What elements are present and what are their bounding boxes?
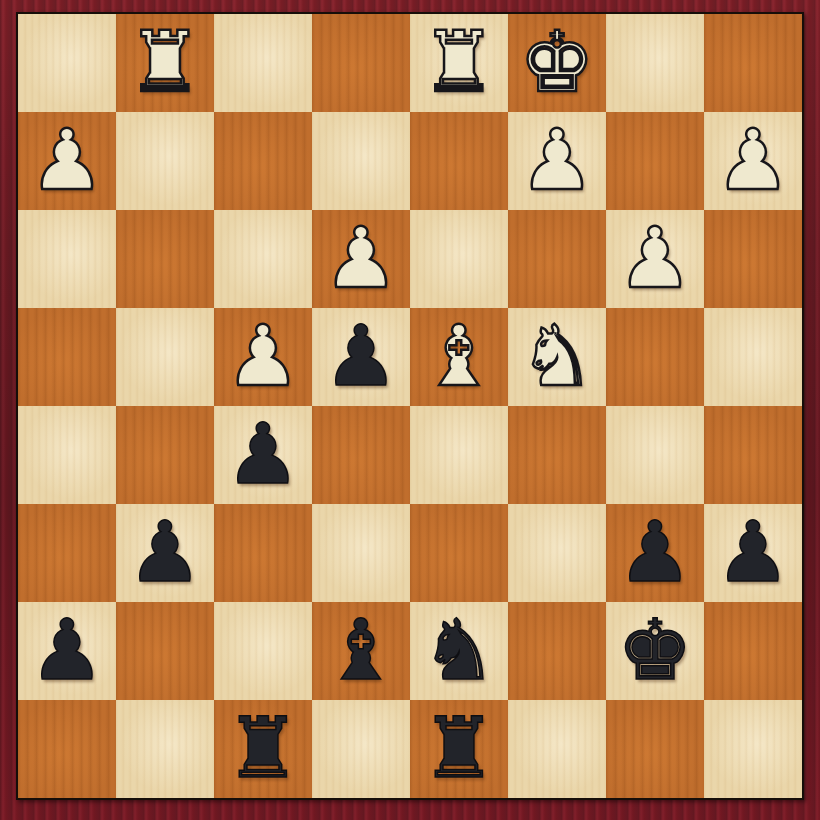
piece-black-rook[interactable]: ♜ xyxy=(410,700,508,798)
square-a1[interactable] xyxy=(18,700,116,798)
square-g7[interactable] xyxy=(606,112,704,210)
square-g2[interactable]: ♚ xyxy=(606,602,704,700)
piece-white-rook[interactable]: ♜ xyxy=(116,14,214,112)
square-e8[interactable]: ♜ xyxy=(410,14,508,112)
piece-black-knight[interactable]: ♞ xyxy=(410,602,508,700)
piece-white-king[interactable]: ♚ xyxy=(508,14,606,112)
square-d3[interactable] xyxy=(312,504,410,602)
square-b6[interactable] xyxy=(116,210,214,308)
piece-black-pawn[interactable]: ♟ xyxy=(116,504,214,602)
square-f7[interactable]: ♟ xyxy=(508,112,606,210)
square-b4[interactable] xyxy=(116,406,214,504)
square-b3[interactable]: ♟ xyxy=(116,504,214,602)
square-c5[interactable]: ♟ xyxy=(214,308,312,406)
square-f8[interactable]: ♚ xyxy=(508,14,606,112)
square-e5[interactable]: ♝ xyxy=(410,308,508,406)
square-b1[interactable] xyxy=(116,700,214,798)
square-c6[interactable] xyxy=(214,210,312,308)
piece-black-rook[interactable]: ♜ xyxy=(214,700,312,798)
square-g1[interactable] xyxy=(606,700,704,798)
square-e7[interactable] xyxy=(410,112,508,210)
square-c8[interactable] xyxy=(214,14,312,112)
square-b2[interactable] xyxy=(116,602,214,700)
square-d4[interactable] xyxy=(312,406,410,504)
square-f2[interactable] xyxy=(508,602,606,700)
square-h1[interactable] xyxy=(704,700,802,798)
square-d5[interactable]: ♟ xyxy=(312,308,410,406)
piece-black-pawn[interactable]: ♟ xyxy=(704,504,802,602)
square-c3[interactable] xyxy=(214,504,312,602)
board-frame: ♜♜♚♟♟♟♟♟♟♟♝♞♟♟♟♟♟♝♞♚♜♜ xyxy=(0,0,820,820)
piece-black-pawn[interactable]: ♟ xyxy=(312,308,410,406)
piece-white-pawn[interactable]: ♟ xyxy=(704,112,802,210)
square-e3[interactable] xyxy=(410,504,508,602)
chess-board: ♜♜♚♟♟♟♟♟♟♟♝♞♟♟♟♟♟♝♞♚♜♜ xyxy=(18,14,802,798)
square-b8[interactable]: ♜ xyxy=(116,14,214,112)
piece-white-bishop[interactable]: ♝ xyxy=(410,308,508,406)
square-c4[interactable]: ♟ xyxy=(214,406,312,504)
square-a5[interactable] xyxy=(18,308,116,406)
piece-black-pawn[interactable]: ♟ xyxy=(606,504,704,602)
square-f1[interactable] xyxy=(508,700,606,798)
piece-white-knight[interactable]: ♞ xyxy=(508,308,606,406)
square-b7[interactable] xyxy=(116,112,214,210)
square-c1[interactable]: ♜ xyxy=(214,700,312,798)
square-d1[interactable] xyxy=(312,700,410,798)
piece-white-rook[interactable]: ♜ xyxy=(410,14,508,112)
square-h6[interactable] xyxy=(704,210,802,308)
square-f6[interactable] xyxy=(508,210,606,308)
board-rim: ♜♜♚♟♟♟♟♟♟♟♝♞♟♟♟♟♟♝♞♚♜♜ xyxy=(16,12,804,800)
square-e6[interactable] xyxy=(410,210,508,308)
square-g4[interactable] xyxy=(606,406,704,504)
square-h8[interactable] xyxy=(704,14,802,112)
square-a6[interactable] xyxy=(18,210,116,308)
piece-black-king[interactable]: ♚ xyxy=(606,602,704,700)
square-c2[interactable] xyxy=(214,602,312,700)
square-a7[interactable]: ♟ xyxy=(18,112,116,210)
square-e1[interactable]: ♜ xyxy=(410,700,508,798)
square-e2[interactable]: ♞ xyxy=(410,602,508,700)
square-g5[interactable] xyxy=(606,308,704,406)
piece-white-pawn[interactable]: ♟ xyxy=(312,210,410,308)
piece-white-pawn[interactable]: ♟ xyxy=(508,112,606,210)
square-g8[interactable] xyxy=(606,14,704,112)
square-e4[interactable] xyxy=(410,406,508,504)
piece-white-pawn[interactable]: ♟ xyxy=(214,308,312,406)
square-f4[interactable] xyxy=(508,406,606,504)
piece-black-pawn[interactable]: ♟ xyxy=(214,406,312,504)
square-a8[interactable] xyxy=(18,14,116,112)
square-h7[interactable]: ♟ xyxy=(704,112,802,210)
square-h3[interactable]: ♟ xyxy=(704,504,802,602)
piece-black-bishop[interactable]: ♝ xyxy=(312,602,410,700)
square-a2[interactable]: ♟ xyxy=(18,602,116,700)
square-d8[interactable] xyxy=(312,14,410,112)
square-d2[interactable]: ♝ xyxy=(312,602,410,700)
square-g3[interactable]: ♟ xyxy=(606,504,704,602)
piece-white-pawn[interactable]: ♟ xyxy=(606,210,704,308)
square-b5[interactable] xyxy=(116,308,214,406)
square-h2[interactable] xyxy=(704,602,802,700)
piece-white-pawn[interactable]: ♟ xyxy=(18,112,116,210)
square-a4[interactable] xyxy=(18,406,116,504)
square-c7[interactable] xyxy=(214,112,312,210)
square-f3[interactable] xyxy=(508,504,606,602)
square-h4[interactable] xyxy=(704,406,802,504)
square-d7[interactable] xyxy=(312,112,410,210)
piece-black-pawn[interactable]: ♟ xyxy=(18,602,116,700)
square-h5[interactable] xyxy=(704,308,802,406)
square-f5[interactable]: ♞ xyxy=(508,308,606,406)
square-g6[interactable]: ♟ xyxy=(606,210,704,308)
square-d6[interactable]: ♟ xyxy=(312,210,410,308)
square-a3[interactable] xyxy=(18,504,116,602)
